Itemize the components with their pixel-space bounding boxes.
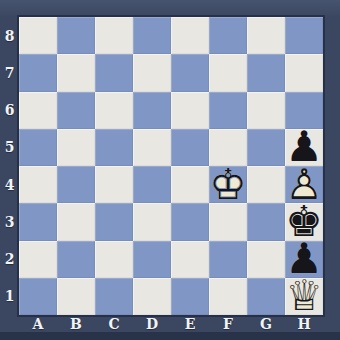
black-king-piece[interactable]: ♚ (285, 203, 323, 240)
file-label-e: E (171, 315, 209, 333)
square-b4[interactable] (57, 166, 95, 203)
square-a2[interactable] (19, 241, 57, 278)
square-g4[interactable] (247, 166, 285, 203)
square-d1[interactable] (133, 278, 171, 315)
square-g5[interactable] (247, 129, 285, 166)
square-h5[interactable]: ♟ (285, 129, 323, 166)
square-b6[interactable] (57, 92, 95, 129)
square-g3[interactable] (247, 203, 285, 240)
square-f2[interactable] (209, 241, 247, 278)
square-a4[interactable] (19, 166, 57, 203)
square-b2[interactable] (57, 241, 95, 278)
chess-diagram: 87654321 ♟♚♔♟♙♚♟♛♕ ABCDEFGH (0, 0, 340, 340)
file-labels: ABCDEFGH (19, 315, 323, 333)
square-d8[interactable] (133, 17, 171, 54)
white-king-piece[interactable]: ♚♔ (209, 166, 247, 203)
square-e8[interactable] (171, 17, 209, 54)
square-h4[interactable]: ♟♙ (285, 166, 323, 203)
square-g2[interactable] (247, 241, 285, 278)
piece-glyph-solid: ♚ (285, 203, 323, 240)
file-label-d: D (133, 315, 171, 333)
square-g6[interactable] (247, 92, 285, 129)
square-e1[interactable] (171, 278, 209, 315)
square-a6[interactable] (19, 92, 57, 129)
square-e4[interactable] (171, 166, 209, 203)
square-d7[interactable] (133, 54, 171, 91)
rank-label-1: 1 (0, 278, 19, 315)
file-label-b: B (57, 315, 95, 333)
square-g8[interactable] (247, 17, 285, 54)
square-f1[interactable] (209, 278, 247, 315)
square-h7[interactable] (285, 54, 323, 91)
square-c8[interactable] (95, 17, 133, 54)
square-e7[interactable] (171, 54, 209, 91)
square-e3[interactable] (171, 203, 209, 240)
square-f3[interactable] (209, 203, 247, 240)
square-c2[interactable] (95, 241, 133, 278)
piece-glyph-outline: ♕ (285, 278, 323, 315)
square-c3[interactable] (95, 203, 133, 240)
rank-label-6: 6 (0, 92, 19, 129)
file-label-f: F (209, 315, 247, 333)
piece-glyph-fill: ♚ (209, 166, 247, 203)
square-a5[interactable] (19, 129, 57, 166)
white-queen-piece[interactable]: ♛♕ (285, 278, 323, 315)
square-f5[interactable] (209, 129, 247, 166)
square-f6[interactable] (209, 92, 247, 129)
square-b3[interactable] (57, 203, 95, 240)
piece-glyph-fill: ♟ (285, 166, 323, 203)
square-g1[interactable] (247, 278, 285, 315)
square-b7[interactable] (57, 54, 95, 91)
square-c6[interactable] (95, 92, 133, 129)
square-h2[interactable]: ♟ (285, 241, 323, 278)
piece-glyph-solid: ♟ (285, 129, 323, 166)
square-d3[interactable] (133, 203, 171, 240)
square-e6[interactable] (171, 92, 209, 129)
black-pawn-piece[interactable]: ♟ (285, 241, 323, 278)
white-pawn-piece[interactable]: ♟♙ (285, 166, 323, 203)
square-b8[interactable] (57, 17, 95, 54)
piece-glyph-outline: ♙ (285, 166, 323, 203)
square-b5[interactable] (57, 129, 95, 166)
square-g7[interactable] (247, 54, 285, 91)
black-pawn-piece[interactable]: ♟ (285, 129, 323, 166)
rank-label-3: 3 (0, 203, 19, 240)
rank-label-7: 7 (0, 54, 19, 91)
square-e2[interactable] (171, 241, 209, 278)
rank-labels: 87654321 (0, 17, 19, 315)
square-c5[interactable] (95, 129, 133, 166)
rank-label-4: 4 (0, 166, 19, 203)
square-f8[interactable] (209, 17, 247, 54)
square-f7[interactable] (209, 54, 247, 91)
square-d4[interactable] (133, 166, 171, 203)
piece-glyph-outline: ♔ (209, 166, 247, 203)
file-label-h: H (285, 315, 323, 333)
piece-glyph-solid: ♟ (285, 241, 323, 278)
rank-label-5: 5 (0, 129, 19, 166)
square-h3[interactable]: ♚ (285, 203, 323, 240)
file-label-c: C (95, 315, 133, 333)
chess-board[interactable]: ♟♚♔♟♙♚♟♛♕ (19, 17, 323, 315)
square-a3[interactable] (19, 203, 57, 240)
file-label-a: A (19, 315, 57, 333)
piece-glyph-fill: ♛ (285, 278, 323, 315)
square-b1[interactable] (57, 278, 95, 315)
square-d2[interactable] (133, 241, 171, 278)
square-h1[interactable]: ♛♕ (285, 278, 323, 315)
square-f4[interactable]: ♚♔ (209, 166, 247, 203)
square-a1[interactable] (19, 278, 57, 315)
rank-label-2: 2 (0, 241, 19, 278)
square-c4[interactable] (95, 166, 133, 203)
square-c7[interactable] (95, 54, 133, 91)
rank-label-8: 8 (0, 17, 19, 54)
square-a7[interactable] (19, 54, 57, 91)
file-label-g: G (247, 315, 285, 333)
square-d5[interactable] (133, 129, 171, 166)
square-c1[interactable] (95, 278, 133, 315)
square-h6[interactable] (285, 92, 323, 129)
square-e5[interactable] (171, 129, 209, 166)
square-d6[interactable] (133, 92, 171, 129)
square-a8[interactable] (19, 17, 57, 54)
square-h8[interactable] (285, 17, 323, 54)
